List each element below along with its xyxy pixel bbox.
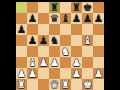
square-d3[interactable]: ♟ — [49, 57, 60, 68]
square-e8[interactable] — [60, 2, 71, 13]
square-g4[interactable] — [82, 46, 93, 57]
white-rook: ♜ — [61, 79, 70, 90]
square-c5[interactable]: ♟ — [38, 35, 49, 46]
square-d8[interactable]: ♜ — [49, 2, 60, 13]
square-h8[interactable] — [93, 2, 104, 13]
square-h1[interactable] — [93, 79, 104, 90]
square-b1[interactable] — [27, 79, 38, 90]
square-e1[interactable]: ♜ — [60, 79, 71, 90]
square-e6[interactable] — [60, 24, 71, 35]
square-d6[interactable] — [49, 24, 60, 35]
square-a3[interactable] — [16, 57, 27, 68]
square-e3[interactable] — [60, 57, 71, 68]
black-knight: ♞ — [50, 35, 59, 46]
square-f7[interactable]: ♟ — [71, 13, 82, 24]
black-pawn: ♟ — [83, 13, 92, 24]
square-f1[interactable] — [71, 79, 82, 90]
square-e5[interactable] — [60, 35, 71, 46]
square-b4[interactable] — [27, 46, 38, 57]
square-a2[interactable]: ♟ — [16, 68, 27, 79]
black-pawn: ♟ — [28, 35, 37, 46]
square-g8[interactable]: ♚ — [82, 2, 93, 13]
black-queen: ♛ — [50, 13, 59, 24]
white-pawn: ♟ — [94, 68, 103, 79]
white-pawn: ♟ — [28, 68, 37, 79]
chess-board: ♜♜♚♟♛♝♟♟♟♟♟♟♞♝♞♝♟♟♟♟♟♟♟♜♛♜♚ — [16, 2, 104, 90]
black-rook: ♜ — [72, 2, 81, 13]
square-h2[interactable]: ♟ — [93, 68, 104, 79]
black-pawn: ♟ — [17, 24, 26, 35]
square-e7[interactable]: ♝ — [60, 13, 71, 24]
square-a5[interactable] — [16, 35, 27, 46]
square-c8[interactable] — [38, 2, 49, 13]
white-queen: ♛ — [50, 79, 59, 90]
square-a7[interactable] — [16, 13, 27, 24]
white-knight: ♞ — [61, 46, 70, 57]
square-e2[interactable] — [60, 68, 71, 79]
black-bishop: ♝ — [61, 13, 70, 24]
white-pawn: ♟ — [39, 57, 48, 68]
square-d4[interactable] — [49, 46, 60, 57]
black-pawn: ♟ — [39, 35, 48, 46]
white-king: ♚ — [83, 79, 92, 90]
square-f8[interactable]: ♜ — [71, 2, 82, 13]
white-bishop: ♝ — [28, 57, 37, 68]
square-h6[interactable] — [93, 24, 104, 35]
square-c4[interactable] — [38, 46, 49, 57]
square-g7[interactable]: ♟ — [82, 13, 93, 24]
square-h4[interactable] — [93, 46, 104, 57]
square-b3[interactable]: ♝ — [27, 57, 38, 68]
square-g3[interactable] — [82, 57, 93, 68]
square-a4[interactable] — [16, 46, 27, 57]
square-b2[interactable]: ♟ — [27, 68, 38, 79]
square-e4[interactable]: ♞ — [60, 46, 71, 57]
square-c2[interactable] — [38, 68, 49, 79]
square-d1[interactable]: ♛ — [49, 79, 60, 90]
square-b6[interactable] — [27, 24, 38, 35]
square-g5[interactable]: ♝ — [82, 35, 93, 46]
square-g6[interactable] — [82, 24, 93, 35]
square-h5[interactable] — [93, 35, 104, 46]
square-f3[interactable]: ♟ — [71, 57, 82, 68]
white-pawn: ♟ — [50, 57, 59, 68]
black-king: ♚ — [83, 2, 92, 13]
square-d7[interactable]: ♛ — [49, 13, 60, 24]
square-c7[interactable] — [38, 13, 49, 24]
square-a8[interactable] — [16, 2, 27, 13]
white-pawn: ♟ — [72, 57, 81, 68]
square-b7[interactable]: ♟ — [27, 13, 38, 24]
square-b8[interactable] — [27, 2, 38, 13]
black-pawn: ♟ — [72, 13, 81, 24]
square-c1[interactable] — [38, 79, 49, 90]
white-bishop: ♝ — [83, 35, 92, 46]
square-g1[interactable]: ♚ — [82, 79, 93, 90]
square-g2[interactable] — [82, 68, 93, 79]
black-rook: ♜ — [50, 2, 59, 13]
square-f4[interactable] — [71, 46, 82, 57]
square-a1[interactable]: ♜ — [16, 79, 27, 90]
square-f5[interactable] — [71, 35, 82, 46]
chess-app-screen: ♜♜♚♟♛♝♟♟♟♟♟♟♞♝♞♝♟♟♟♟♟♟♟♜♛♜♚ — [0, 0, 120, 90]
square-c3[interactable]: ♟ — [38, 57, 49, 68]
square-f2[interactable]: ♟ — [71, 68, 82, 79]
square-f6[interactable] — [71, 24, 82, 35]
square-h7[interactable]: ♟ — [93, 13, 104, 24]
white-pawn: ♟ — [17, 68, 26, 79]
square-a6[interactable]: ♟ — [16, 24, 27, 35]
white-pawn: ♟ — [72, 68, 81, 79]
square-b5[interactable]: ♟ — [27, 35, 38, 46]
square-c6[interactable] — [38, 24, 49, 35]
square-h3[interactable] — [93, 57, 104, 68]
square-d2[interactable] — [49, 68, 60, 79]
black-pawn: ♟ — [28, 13, 37, 24]
black-pawn: ♟ — [94, 13, 103, 24]
white-rook: ♜ — [17, 79, 26, 90]
square-d5[interactable]: ♞ — [49, 35, 60, 46]
